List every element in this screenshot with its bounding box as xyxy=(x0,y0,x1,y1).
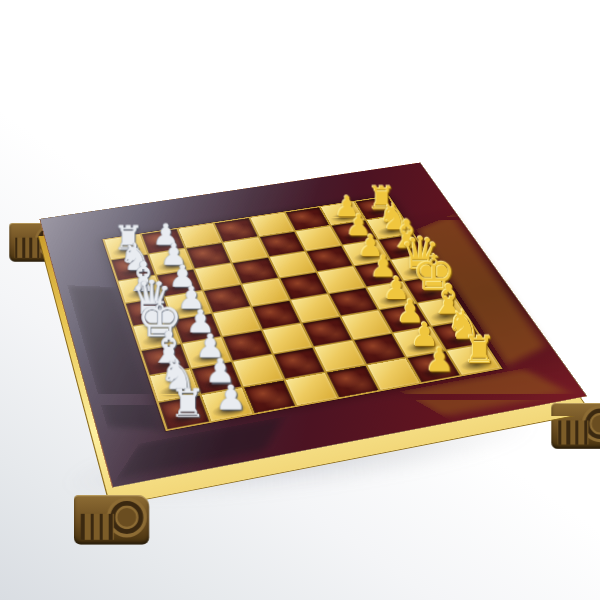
square-r7c3 xyxy=(286,373,337,405)
piece-silver-pawn: ♟ xyxy=(216,381,247,415)
square-r7c2 xyxy=(244,380,295,413)
piece-silver-rook: ♜ xyxy=(170,384,205,423)
chess-board: ♜♟♟♜♞♟♟♞♝♟♟♝♛♟♟♛♚♟♟♚♝♟♟♝♞♟♟♞♜♟♟♜ xyxy=(39,162,588,488)
bronze-foot-south xyxy=(74,495,149,545)
square-r7c0: ♜ xyxy=(159,396,209,430)
board-surface: ♜♟♟♜♞♟♟♞♝♟♟♝♛♟♟♛♚♟♟♚♝♟♟♝♞♟♟♞♜♟♟♜ xyxy=(39,162,588,488)
piece-gold-pawn: ♟ xyxy=(425,344,455,377)
square-r4c4 xyxy=(291,294,339,322)
square-r7c1: ♟ xyxy=(202,388,253,421)
bronze-foot-east xyxy=(551,403,600,449)
perspective-scene: ♜♟♟♜♞♟♟♞♝♟♟♝♛♟♟♛♚♟♟♚♝♟♟♝♞♟♟♞♜♟♟♜ xyxy=(0,0,600,600)
playing-grid: ♜♟♟♜♞♟♟♞♝♟♟♝♛♟♟♛♚♟♟♚♝♟♟♝♞♟♟♞♜♟♟♜ xyxy=(102,195,502,431)
photo-stage: ♜♟♟♜♞♟♟♞♝♟♟♝♛♟♟♛♚♟♟♚♝♟♟♝♞♟♟♞♜♟♟♜ xyxy=(0,0,600,600)
square-r5c5 xyxy=(342,310,391,339)
piece-gold-rook: ♜ xyxy=(463,332,496,369)
square-r7c5 xyxy=(367,358,419,390)
square-r7c6: ♟ xyxy=(408,351,460,382)
